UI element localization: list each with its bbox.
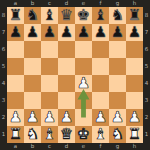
square-h4[interactable] xyxy=(126,75,143,92)
coord-file-a-top: a xyxy=(7,0,24,7)
square-d3[interactable] xyxy=(58,92,75,109)
piece-black-pawn-d7[interactable]: ♟ xyxy=(58,24,75,41)
piece-black-king-e8[interactable]: ♚ xyxy=(75,7,92,24)
piece-white-pawn-g2[interactable]: ♟ xyxy=(109,109,126,126)
square-e3[interactable] xyxy=(75,92,92,109)
piece-black-rook-a8[interactable]: ♜ xyxy=(7,7,24,24)
square-g3[interactable] xyxy=(109,92,126,109)
chess-board-screenshot: ♜♞♝♛♚♝♞♜♟♟♟♟♟♟♟♟♟♟♟♟♟♟♟♟♜♞♝♛♚♝♞♜ aabbccd… xyxy=(0,0,150,150)
coord-file-e-top: e xyxy=(75,0,92,7)
piece-white-rook-h1[interactable]: ♜ xyxy=(126,126,143,143)
square-f1[interactable]: ♝ xyxy=(92,126,109,143)
square-f6[interactable] xyxy=(92,41,109,58)
coord-file-b-top: b xyxy=(24,0,41,7)
piece-black-knight-g8[interactable]: ♞ xyxy=(109,7,126,24)
square-d7[interactable]: ♟ xyxy=(58,24,75,41)
piece-black-pawn-a7[interactable]: ♟ xyxy=(7,24,24,41)
piece-black-bishop-c8[interactable]: ♝ xyxy=(41,7,58,24)
coord-rank-3-left: 3 xyxy=(0,92,7,109)
square-e4[interactable]: ♟ xyxy=(75,75,92,92)
square-h8[interactable]: ♜ xyxy=(126,7,143,24)
coord-file-a-bottom: a xyxy=(7,143,24,150)
coord-rank-8-left: 8 xyxy=(0,7,7,24)
coord-file-c-bottom: c xyxy=(41,143,58,150)
square-c7[interactable]: ♟ xyxy=(41,24,58,41)
square-h7[interactable]: ♟ xyxy=(126,24,143,41)
piece-white-king-e1[interactable]: ♚ xyxy=(75,126,92,143)
coord-file-h-top: h xyxy=(126,0,143,7)
square-c5[interactable] xyxy=(41,58,58,75)
piece-white-pawn-f2[interactable]: ♟ xyxy=(92,109,109,126)
square-f2[interactable]: ♟ xyxy=(92,109,109,126)
piece-black-knight-b8[interactable]: ♞ xyxy=(24,7,41,24)
square-c2[interactable]: ♟ xyxy=(41,109,58,126)
piece-black-pawn-g7[interactable]: ♟ xyxy=(109,24,126,41)
coord-rank-3-right: 3 xyxy=(143,92,150,109)
coord-rank-5-left: 5 xyxy=(0,58,7,75)
square-d1[interactable]: ♛ xyxy=(58,126,75,143)
square-c1[interactable]: ♝ xyxy=(41,126,58,143)
piece-white-bishop-f1[interactable]: ♝ xyxy=(92,126,109,143)
coord-rank-6-left: 6 xyxy=(0,41,7,58)
piece-white-queen-d1[interactable]: ♛ xyxy=(58,126,75,143)
piece-black-pawn-b7[interactable]: ♟ xyxy=(24,24,41,41)
coord-rank-2-right: 2 xyxy=(143,109,150,126)
piece-black-pawn-e7[interactable]: ♟ xyxy=(75,24,92,41)
piece-white-knight-g1[interactable]: ♞ xyxy=(109,126,126,143)
coord-file-d-bottom: d xyxy=(58,143,75,150)
square-e1[interactable]: ♚ xyxy=(75,126,92,143)
square-g2[interactable]: ♟ xyxy=(109,109,126,126)
coord-rank-4-left: 4 xyxy=(0,75,7,92)
square-b2[interactable]: ♟ xyxy=(24,109,41,126)
coord-rank-2-left: 2 xyxy=(0,109,7,126)
square-a8[interactable]: ♜ xyxy=(7,7,24,24)
square-d2[interactable]: ♟ xyxy=(58,109,75,126)
square-f8[interactable]: ♝ xyxy=(92,7,109,24)
square-b1[interactable]: ♞ xyxy=(24,126,41,143)
coord-rank-7-left: 7 xyxy=(0,24,7,41)
square-a2[interactable]: ♟ xyxy=(7,109,24,126)
chess-board[interactable]: ♜♞♝♛♚♝♞♜♟♟♟♟♟♟♟♟♟♟♟♟♟♟♟♟♜♞♝♛♚♝♞♜ xyxy=(7,7,143,143)
square-h1[interactable]: ♜ xyxy=(126,126,143,143)
square-d5[interactable] xyxy=(58,58,75,75)
piece-white-pawn-b2[interactable]: ♟ xyxy=(24,109,41,126)
coord-file-g-top: g xyxy=(109,0,126,7)
square-f3[interactable] xyxy=(92,92,109,109)
square-f5[interactable] xyxy=(92,58,109,75)
square-h3[interactable] xyxy=(126,92,143,109)
square-c4[interactable] xyxy=(41,75,58,92)
square-b4[interactable] xyxy=(24,75,41,92)
square-b8[interactable]: ♞ xyxy=(24,7,41,24)
coord-rank-4-right: 4 xyxy=(143,75,150,92)
coord-rank-1-right: 1 xyxy=(143,126,150,143)
piece-white-pawn-a2[interactable]: ♟ xyxy=(7,109,24,126)
square-d6[interactable] xyxy=(58,41,75,58)
piece-black-queen-d8[interactable]: ♛ xyxy=(58,7,75,24)
coord-file-h-bottom: h xyxy=(126,143,143,150)
square-a7[interactable]: ♟ xyxy=(7,24,24,41)
square-e6[interactable] xyxy=(75,41,92,58)
coord-file-g-bottom: g xyxy=(109,143,126,150)
square-f4[interactable] xyxy=(92,75,109,92)
piece-white-bishop-c1[interactable]: ♝ xyxy=(41,126,58,143)
square-g8[interactable]: ♞ xyxy=(109,7,126,24)
square-a5[interactable] xyxy=(7,58,24,75)
square-c8[interactable]: ♝ xyxy=(41,7,58,24)
square-g5[interactable] xyxy=(109,58,126,75)
piece-white-rook-a1[interactable]: ♜ xyxy=(7,126,24,143)
coord-rank-6-right: 6 xyxy=(143,41,150,58)
square-g1[interactable]: ♞ xyxy=(109,126,126,143)
square-e2[interactable] xyxy=(75,109,92,126)
coord-file-b-bottom: b xyxy=(24,143,41,150)
square-b3[interactable] xyxy=(24,92,41,109)
piece-white-pawn-e4[interactable]: ♟ xyxy=(75,75,92,92)
coord-file-f-bottom: f xyxy=(92,143,109,150)
square-a3[interactable] xyxy=(7,92,24,109)
piece-black-rook-h8[interactable]: ♜ xyxy=(126,7,143,24)
piece-black-pawn-f7[interactable]: ♟ xyxy=(92,24,109,41)
square-b5[interactable] xyxy=(24,58,41,75)
square-b7[interactable]: ♟ xyxy=(24,24,41,41)
square-c6[interactable] xyxy=(41,41,58,58)
piece-white-knight-b1[interactable]: ♞ xyxy=(24,126,41,143)
square-f7[interactable]: ♟ xyxy=(92,24,109,41)
coord-file-d-top: d xyxy=(58,0,75,7)
piece-black-bishop-f8[interactable]: ♝ xyxy=(92,7,109,24)
square-h6[interactable] xyxy=(126,41,143,58)
coord-rank-1-left: 1 xyxy=(0,126,7,143)
piece-white-pawn-h2[interactable]: ♟ xyxy=(126,109,143,126)
square-e8[interactable]: ♚ xyxy=(75,7,92,24)
coord-file-e-bottom: e xyxy=(75,143,92,150)
piece-white-pawn-c2[interactable]: ♟ xyxy=(41,109,58,126)
square-c3[interactable] xyxy=(41,92,58,109)
square-g7[interactable]: ♟ xyxy=(109,24,126,41)
square-g4[interactable] xyxy=(109,75,126,92)
square-a6[interactable] xyxy=(7,41,24,58)
piece-black-pawn-h7[interactable]: ♟ xyxy=(126,24,143,41)
square-d8[interactable]: ♛ xyxy=(58,7,75,24)
coord-rank-7-right: 7 xyxy=(143,24,150,41)
piece-black-pawn-c7[interactable]: ♟ xyxy=(41,24,58,41)
coord-rank-8-right: 8 xyxy=(143,7,150,24)
coord-rank-5-right: 5 xyxy=(143,58,150,75)
square-e5[interactable] xyxy=(75,58,92,75)
square-d4[interactable] xyxy=(58,75,75,92)
coord-file-c-top: c xyxy=(41,0,58,7)
square-e7[interactable]: ♟ xyxy=(75,24,92,41)
square-a1[interactable]: ♜ xyxy=(7,126,24,143)
coord-file-f-top: f xyxy=(92,0,109,7)
square-b6[interactable] xyxy=(24,41,41,58)
square-h5[interactable] xyxy=(126,58,143,75)
square-h2[interactable]: ♟ xyxy=(126,109,143,126)
square-a4[interactable] xyxy=(7,75,24,92)
square-g6[interactable] xyxy=(109,41,126,58)
piece-white-pawn-d2[interactable]: ♟ xyxy=(58,109,75,126)
